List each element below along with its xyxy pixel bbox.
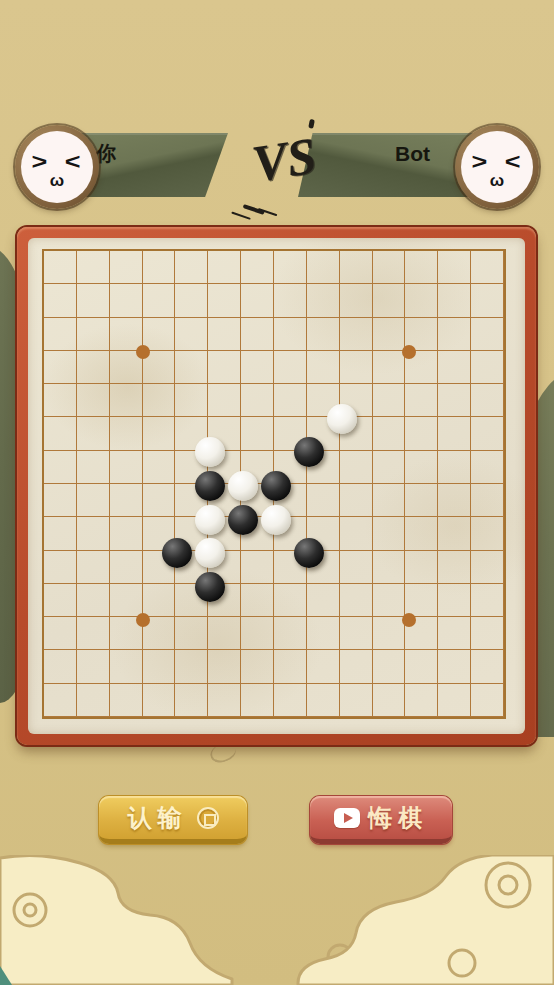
board-cell[interactable] (373, 451, 406, 484)
board-cell[interactable] (373, 584, 406, 617)
board-cell[interactable] (405, 417, 438, 450)
board-cell[interactable] (438, 318, 471, 351)
board-cell[interactable] (274, 617, 307, 650)
board-cell[interactable] (143, 284, 176, 317)
board-cell[interactable] (307, 284, 340, 317)
board-cell[interactable] (373, 417, 406, 450)
board-cell[interactable] (110, 517, 143, 550)
star-point (402, 613, 416, 627)
board-cell[interactable] (471, 384, 504, 417)
board-cell[interactable] (175, 384, 208, 417)
board-cell[interactable] (340, 318, 373, 351)
board-cell[interactable] (373, 318, 406, 351)
board-cell[interactable] (340, 251, 373, 284)
board-cell[interactable] (77, 417, 110, 450)
board-cell[interactable] (274, 684, 307, 717)
board-cell[interactable] (208, 684, 241, 717)
board-cell[interactable] (340, 684, 373, 717)
board-cell[interactable] (405, 517, 438, 550)
board-cell[interactable] (405, 484, 438, 517)
board-cell[interactable] (77, 684, 110, 717)
board-cell[interactable] (373, 517, 406, 550)
board-cell[interactable] (110, 584, 143, 617)
board-cell[interactable] (241, 417, 274, 450)
board-cell[interactable] (175, 351, 208, 384)
gomoku-board[interactable] (28, 238, 525, 734)
board-cell[interactable] (143, 451, 176, 484)
player-avatar-right[interactable]: > < ω (455, 125, 539, 209)
stone-black (228, 505, 258, 535)
video-play-icon (334, 808, 360, 828)
board-cell[interactable] (340, 517, 373, 550)
stone-white (228, 471, 258, 501)
board-cell[interactable] (175, 251, 208, 284)
board-cell[interactable] (373, 684, 406, 717)
board-cell[interactable] (143, 650, 176, 683)
board-cell[interactable] (77, 318, 110, 351)
board-cell[interactable] (241, 384, 274, 417)
board-cell[interactable] (208, 617, 241, 650)
board-cell[interactable] (373, 650, 406, 683)
board-cell[interactable] (405, 251, 438, 284)
board-cell[interactable] (175, 318, 208, 351)
avatar-face-icon: > < ω (21, 131, 93, 203)
board-cell[interactable] (471, 284, 504, 317)
board-cell[interactable] (373, 251, 406, 284)
stone-white (195, 505, 225, 535)
star-point (402, 345, 416, 359)
board-cell[interactable] (77, 384, 110, 417)
board-cell[interactable] (110, 650, 143, 683)
board-cell[interactable] (471, 617, 504, 650)
board-cell[interactable] (208, 251, 241, 284)
stone-black (162, 538, 192, 568)
stone-white (195, 538, 225, 568)
board-cell[interactable] (208, 650, 241, 683)
board-cell[interactable] (307, 684, 340, 717)
board-cell[interactable] (143, 484, 176, 517)
board-cell[interactable] (340, 584, 373, 617)
board-cell[interactable] (77, 617, 110, 650)
board-cell[interactable] (438, 650, 471, 683)
board-cell[interactable] (241, 251, 274, 284)
board-cell[interactable] (438, 251, 471, 284)
avatar-mouth: ω (21, 171, 93, 191)
board-cell[interactable] (373, 617, 406, 650)
board-cell[interactable] (340, 551, 373, 584)
board-cell[interactable] (110, 484, 143, 517)
board-cell[interactable] (110, 551, 143, 584)
board-cell[interactable] (241, 284, 274, 317)
board-cell[interactable] (438, 284, 471, 317)
board-cell[interactable] (175, 284, 208, 317)
coin-icon (197, 807, 219, 829)
board-cell[interactable] (77, 650, 110, 683)
board-cell[interactable] (44, 451, 77, 484)
board-cell[interactable] (110, 284, 143, 317)
board-cell[interactable] (307, 484, 340, 517)
board-cell[interactable] (471, 484, 504, 517)
board-cell[interactable] (471, 650, 504, 683)
board-cell[interactable] (471, 417, 504, 450)
board-cell[interactable] (471, 551, 504, 584)
board-cell[interactable] (307, 318, 340, 351)
board-cell[interactable] (175, 650, 208, 683)
board-cell[interactable] (438, 584, 471, 617)
board-cell[interactable] (143, 384, 176, 417)
board-cell[interactable] (241, 584, 274, 617)
avatar-face-icon: > < ω (461, 131, 533, 203)
undo-button-label: 悔棋 (369, 802, 429, 834)
board-cell[interactable] (208, 318, 241, 351)
board-cell[interactable] (373, 384, 406, 417)
board-cell[interactable] (44, 584, 77, 617)
board-cell[interactable] (307, 351, 340, 384)
board-cell[interactable] (44, 318, 77, 351)
board-cell[interactable] (274, 351, 307, 384)
board-cell[interactable] (340, 284, 373, 317)
board-cell[interactable] (340, 451, 373, 484)
board-cell[interactable] (77, 284, 110, 317)
board-cell[interactable] (241, 318, 274, 351)
player-avatar-left[interactable]: > < ω (15, 125, 99, 209)
board-cell[interactable] (373, 551, 406, 584)
board-cell[interactable] (471, 584, 504, 617)
board-cell[interactable] (405, 650, 438, 683)
board-cell[interactable] (471, 318, 504, 351)
board-cell[interactable] (44, 617, 77, 650)
board-frame (17, 227, 536, 745)
board-cell[interactable] (77, 584, 110, 617)
board-cell[interactable] (44, 484, 77, 517)
board-cell[interactable] (175, 684, 208, 717)
board-cell[interactable] (44, 384, 77, 417)
board-cell[interactable] (438, 551, 471, 584)
board-cell[interactable] (77, 451, 110, 484)
board-cell[interactable] (143, 251, 176, 284)
board-cell[interactable] (471, 451, 504, 484)
board-cell[interactable] (208, 351, 241, 384)
player-name-right: Bot (395, 142, 430, 166)
board-cell[interactable] (241, 351, 274, 384)
board-cell[interactable] (110, 451, 143, 484)
board-cell[interactable] (373, 284, 406, 317)
board-cell[interactable] (274, 318, 307, 351)
board-cell[interactable] (274, 650, 307, 683)
vs-mark: VS (246, 119, 324, 208)
board-cell[interactable] (340, 617, 373, 650)
cloud-decoration (0, 855, 554, 985)
board-cell[interactable] (44, 551, 77, 584)
board-cell[interactable] (471, 251, 504, 284)
surrender-button[interactable]: 认输 (99, 796, 247, 844)
board-cell[interactable] (405, 284, 438, 317)
board-cell[interactable] (241, 684, 274, 717)
board-cell[interactable] (340, 351, 373, 384)
board-cell[interactable] (471, 684, 504, 717)
surrender-button-label: 认输 (128, 802, 188, 834)
board-cell[interactable] (110, 684, 143, 717)
board-cell[interactable] (241, 650, 274, 683)
stone-white (261, 505, 291, 535)
board-cell[interactable] (405, 551, 438, 584)
board-cell[interactable] (340, 484, 373, 517)
board-cell[interactable] (77, 484, 110, 517)
board-cell[interactable] (438, 351, 471, 384)
board-cell[interactable] (208, 284, 241, 317)
board-cell[interactable] (274, 584, 307, 617)
stone-white (195, 437, 225, 467)
board-cell[interactable] (143, 417, 176, 450)
board-cell[interactable] (438, 417, 471, 450)
board-cell[interactable] (471, 351, 504, 384)
board-cell[interactable] (373, 351, 406, 384)
board-cell[interactable] (110, 384, 143, 417)
board-cell[interactable] (274, 284, 307, 317)
player-name-left: 你 (96, 140, 116, 167)
board-cell[interactable] (208, 384, 241, 417)
board-cell[interactable] (44, 417, 77, 450)
stone-white (327, 404, 357, 434)
board-cell[interactable] (438, 517, 471, 550)
stone-black (195, 471, 225, 501)
board-cell[interactable] (307, 650, 340, 683)
board-cell[interactable] (373, 484, 406, 517)
undo-button[interactable]: 悔棋 (310, 796, 452, 844)
board-cell[interactable] (44, 684, 77, 717)
board-cell[interactable] (471, 517, 504, 550)
stone-black (195, 572, 225, 602)
board-cell[interactable] (44, 351, 77, 384)
board-cell[interactable] (44, 650, 77, 683)
board-cell[interactable] (175, 617, 208, 650)
board-cell[interactable] (77, 517, 110, 550)
board-cell[interactable] (77, 251, 110, 284)
board-cell[interactable] (405, 384, 438, 417)
board-cell[interactable] (110, 251, 143, 284)
board-cell[interactable] (438, 384, 471, 417)
board-cell[interactable] (44, 517, 77, 550)
board-cell[interactable] (405, 584, 438, 617)
avatar-mouth: ω (461, 171, 533, 191)
board-cell[interactable] (274, 384, 307, 417)
board-cell[interactable] (110, 417, 143, 450)
stone-black (261, 471, 291, 501)
board-cell[interactable] (438, 617, 471, 650)
board-cell[interactable] (77, 551, 110, 584)
board-cell[interactable] (44, 251, 77, 284)
board-cell[interactable] (241, 551, 274, 584)
board-cell[interactable] (143, 584, 176, 617)
board-cell[interactable] (340, 650, 373, 683)
board-cell[interactable] (241, 617, 274, 650)
board-cell[interactable] (44, 284, 77, 317)
board-cell[interactable] (307, 617, 340, 650)
board-cell[interactable] (438, 684, 471, 717)
board-cell[interactable] (405, 684, 438, 717)
board-cell[interactable] (438, 484, 471, 517)
board-cell[interactable] (438, 451, 471, 484)
board-cell[interactable] (274, 251, 307, 284)
board-cell[interactable] (143, 684, 176, 717)
board-cell[interactable] (77, 351, 110, 384)
board-cell[interactable] (307, 584, 340, 617)
board-cell[interactable] (405, 451, 438, 484)
board-cell[interactable] (307, 251, 340, 284)
